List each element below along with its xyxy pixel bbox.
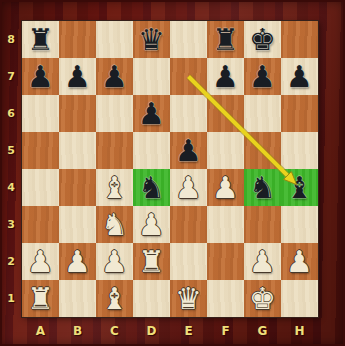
black-pawn[interactable]: ♟ (244, 58, 281, 95)
white-bishop[interactable]: ♝ (96, 169, 133, 206)
square-g1[interactable]: ♚ (244, 280, 281, 317)
chess-board[interactable]: ♜♛♜♚♟♟♟♟♟♟♟♟♝♞♟♟♞♝♞♟♟♟♟♜♟♟♜♝♛♚ (22, 21, 318, 317)
square-h5[interactable] (281, 132, 318, 169)
square-c2[interactable]: ♟ (96, 243, 133, 280)
square-e8[interactable] (170, 21, 207, 58)
white-rook[interactable]: ♜ (22, 280, 59, 317)
square-b5[interactable] (59, 132, 96, 169)
black-knight[interactable]: ♞ (133, 169, 170, 206)
square-b6[interactable] (59, 95, 96, 132)
square-f1[interactable] (207, 280, 244, 317)
rank-label-2: 2 (0, 243, 22, 280)
square-e1[interactable]: ♛ (170, 280, 207, 317)
square-g3[interactable] (244, 206, 281, 243)
file-label-c: C (96, 319, 133, 343)
black-pawn[interactable]: ♟ (133, 95, 170, 132)
black-rook[interactable]: ♜ (22, 21, 59, 58)
square-d8[interactable]: ♛ (133, 21, 170, 58)
white-pawn[interactable]: ♟ (207, 169, 244, 206)
square-d4[interactable]: ♞ (133, 169, 170, 206)
square-a6[interactable] (22, 95, 59, 132)
square-h8[interactable] (281, 21, 318, 58)
white-pawn[interactable]: ♟ (170, 169, 207, 206)
black-pawn[interactable]: ♟ (170, 132, 207, 169)
square-c7[interactable]: ♟ (96, 58, 133, 95)
square-g4[interactable]: ♞ (244, 169, 281, 206)
square-f7[interactable]: ♟ (207, 58, 244, 95)
black-rook[interactable]: ♜ (207, 21, 244, 58)
square-b3[interactable] (59, 206, 96, 243)
square-a3[interactable] (22, 206, 59, 243)
square-c5[interactable] (96, 132, 133, 169)
square-h1[interactable] (281, 280, 318, 317)
square-f6[interactable] (207, 95, 244, 132)
square-d7[interactable] (133, 58, 170, 95)
square-d3[interactable]: ♟ (133, 206, 170, 243)
square-g7[interactable]: ♟ (244, 58, 281, 95)
square-e6[interactable] (170, 95, 207, 132)
square-d5[interactable] (133, 132, 170, 169)
square-h2[interactable]: ♟ (281, 243, 318, 280)
white-king[interactable]: ♚ (244, 280, 281, 317)
file-label-g: G (244, 319, 281, 343)
white-pawn[interactable]: ♟ (96, 243, 133, 280)
square-g5[interactable] (244, 132, 281, 169)
square-f8[interactable]: ♜ (207, 21, 244, 58)
square-b1[interactable] (59, 280, 96, 317)
square-h7[interactable]: ♟ (281, 58, 318, 95)
rank-label-5: 5 (0, 132, 22, 169)
square-g6[interactable] (244, 95, 281, 132)
black-pawn[interactable]: ♟ (281, 58, 318, 95)
square-f2[interactable] (207, 243, 244, 280)
black-knight[interactable]: ♞ (244, 169, 281, 206)
square-c6[interactable] (96, 95, 133, 132)
square-h4[interactable]: ♝ (281, 169, 318, 206)
rank-label-8: 8 (0, 21, 22, 58)
rank-labels: 87654321 (0, 21, 22, 317)
square-e5[interactable]: ♟ (170, 132, 207, 169)
square-b2[interactable]: ♟ (59, 243, 96, 280)
white-pawn[interactable]: ♟ (244, 243, 281, 280)
square-a7[interactable]: ♟ (22, 58, 59, 95)
file-labels: ABCDEFGH (22, 319, 318, 343)
square-c8[interactable] (96, 21, 133, 58)
rank-label-7: 7 (0, 58, 22, 95)
file-label-e: E (170, 319, 207, 343)
square-a8[interactable]: ♜ (22, 21, 59, 58)
white-knight[interactable]: ♞ (96, 206, 133, 243)
square-e2[interactable] (170, 243, 207, 280)
white-pawn[interactable]: ♟ (281, 243, 318, 280)
file-label-b: B (59, 319, 96, 343)
square-b7[interactable]: ♟ (59, 58, 96, 95)
square-a4[interactable] (22, 169, 59, 206)
board-frame: 87654321 ♜♛♜♚♟♟♟♟♟♟♟♟♝♞♟♟♞♝♞♟♟♟♟♜♟♟♜♝♛♚ … (0, 0, 345, 346)
square-d1[interactable] (133, 280, 170, 317)
square-a5[interactable] (22, 132, 59, 169)
white-bishop[interactable]: ♝ (96, 280, 133, 317)
white-pawn[interactable]: ♟ (133, 206, 170, 243)
square-a1[interactable]: ♜ (22, 280, 59, 317)
black-king[interactable]: ♚ (244, 21, 281, 58)
black-bishop[interactable]: ♝ (281, 169, 318, 206)
square-e4[interactable]: ♟ (170, 169, 207, 206)
square-f3[interactable] (207, 206, 244, 243)
rank-label-4: 4 (0, 169, 22, 206)
square-b8[interactable] (59, 21, 96, 58)
white-queen[interactable]: ♛ (170, 280, 207, 317)
square-f4[interactable]: ♟ (207, 169, 244, 206)
square-c1[interactable]: ♝ (96, 280, 133, 317)
square-e7[interactable] (170, 58, 207, 95)
black-pawn[interactable]: ♟ (59, 58, 96, 95)
file-label-h: H (281, 319, 318, 343)
square-g2[interactable]: ♟ (244, 243, 281, 280)
white-pawn[interactable]: ♟ (59, 243, 96, 280)
white-pawn[interactable]: ♟ (22, 243, 59, 280)
square-e3[interactable] (170, 206, 207, 243)
black-pawn[interactable]: ♟ (207, 58, 244, 95)
rank-label-6: 6 (0, 95, 22, 132)
black-queen[interactable]: ♛ (133, 21, 170, 58)
square-h6[interactable] (281, 95, 318, 132)
square-b4[interactable] (59, 169, 96, 206)
square-f5[interactable] (207, 132, 244, 169)
square-g8[interactable]: ♚ (244, 21, 281, 58)
square-d2[interactable]: ♜ (133, 243, 170, 280)
square-h3[interactable] (281, 206, 318, 243)
black-pawn[interactable]: ♟ (22, 58, 59, 95)
file-label-a: A (22, 319, 59, 343)
rank-label-1: 1 (0, 280, 22, 317)
square-c4[interactable]: ♝ (96, 169, 133, 206)
square-d6[interactable]: ♟ (133, 95, 170, 132)
square-a2[interactable]: ♟ (22, 243, 59, 280)
rank-label-3: 3 (0, 206, 22, 243)
file-label-f: F (207, 319, 244, 343)
white-rook[interactable]: ♜ (133, 243, 170, 280)
file-label-d: D (133, 319, 170, 343)
black-pawn[interactable]: ♟ (96, 58, 133, 95)
square-c3[interactable]: ♞ (96, 206, 133, 243)
